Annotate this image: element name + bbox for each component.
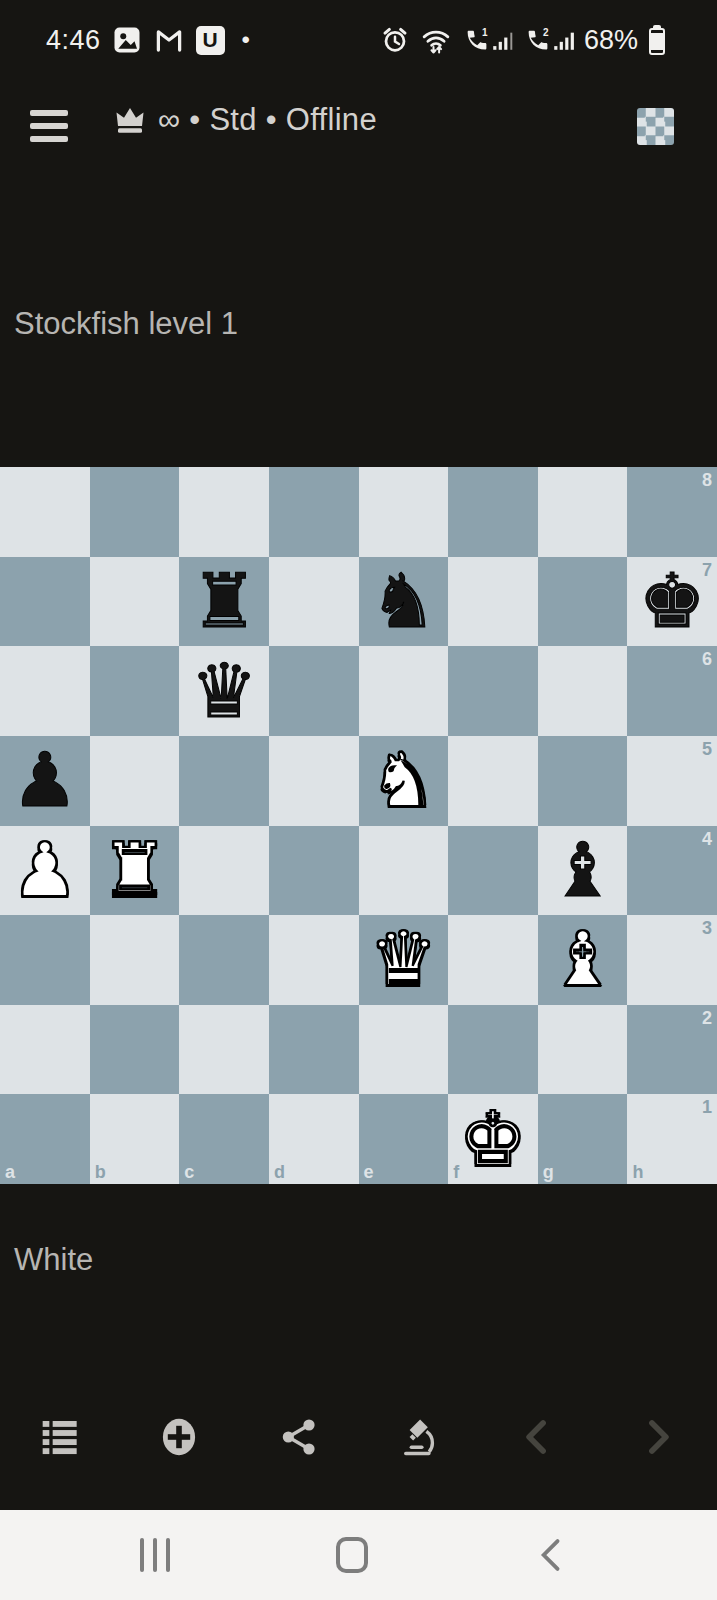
square-b4[interactable]: ♜ [90, 826, 180, 916]
square-g5[interactable] [538, 736, 628, 826]
square-b7[interactable] [90, 557, 180, 647]
analysis-microscope-button[interactable] [359, 1398, 479, 1476]
square-d1[interactable]: d [269, 1094, 359, 1184]
square-e3[interactable]: ♛ [359, 915, 449, 1005]
square-d8[interactable] [269, 467, 359, 557]
square-b1[interactable]: b [90, 1094, 180, 1184]
rank-label-6: 6 [702, 650, 712, 668]
square-a5[interactable]: ♟ [0, 736, 90, 826]
square-h8[interactable]: 8 [627, 467, 717, 557]
square-h4[interactable]: 4 [627, 826, 717, 916]
clock-time: 4:46 [46, 25, 101, 56]
square-f3[interactable] [448, 915, 538, 1005]
board-theme-icon[interactable] [637, 108, 674, 145]
square-h5[interactable]: 5 [627, 736, 717, 826]
square-g3[interactable]: ♝ [538, 915, 628, 1005]
square-c6[interactable]: ♛ [179, 646, 269, 736]
square-d4[interactable] [269, 826, 359, 916]
square-d6[interactable] [269, 646, 359, 736]
svg-text:1: 1 [482, 27, 488, 38]
square-e1[interactable]: e [359, 1094, 449, 1184]
square-a4[interactable]: ♟ [0, 826, 90, 916]
square-h6[interactable]: 6 [627, 646, 717, 736]
u-app-notification-icon: U [196, 26, 225, 55]
square-e4[interactable] [359, 826, 449, 916]
square-g7[interactable] [538, 557, 628, 647]
square-b2[interactable] [90, 1005, 180, 1095]
rank-label-1: 1 [702, 1098, 712, 1116]
piece-black-bishop[interactable]: ♝ [549, 833, 616, 908]
file-label-h: h [632, 1163, 643, 1181]
square-g4[interactable]: ♝ [538, 826, 628, 916]
square-c1[interactable]: c [179, 1094, 269, 1184]
rank-label-7: 7 [702, 561, 712, 579]
square-b5[interactable] [90, 736, 180, 826]
square-h2[interactable]: 2 [627, 1005, 717, 1095]
battery-percent: 68% [584, 25, 638, 56]
square-a2[interactable] [0, 1005, 90, 1095]
square-a3[interactable] [0, 915, 90, 1005]
file-label-e: e [364, 1163, 374, 1181]
square-f4[interactable] [448, 826, 538, 916]
piece-black-knight[interactable]: ♞ [370, 564, 437, 639]
square-c7[interactable]: ♜ [179, 557, 269, 647]
sim2-call-signal-icon: 2 [523, 25, 575, 55]
piece-white-pawn[interactable]: ♟ [11, 833, 78, 908]
alarm-icon [380, 25, 410, 55]
piece-white-knight[interactable]: ♞ [370, 743, 437, 818]
square-g1[interactable]: g [538, 1094, 628, 1184]
share-button[interactable] [239, 1398, 359, 1476]
wifi-icon [419, 25, 453, 55]
rank-label-4: 4 [702, 830, 712, 848]
piece-black-pawn[interactable]: ♟ [11, 743, 78, 818]
square-e6[interactable] [359, 646, 449, 736]
rank-label-8: 8 [702, 471, 712, 489]
rank-label-5: 5 [702, 740, 712, 758]
rank-label-2: 2 [702, 1009, 712, 1027]
square-a7[interactable] [0, 557, 90, 647]
piece-white-king[interactable]: ♚ [459, 1102, 526, 1177]
opponent-name: Stockfish level 1 [14, 306, 238, 342]
square-f8[interactable] [448, 467, 538, 557]
piece-black-king[interactable]: ♚ [639, 564, 706, 639]
recents-button[interactable] [140, 1538, 170, 1572]
file-label-c: c [184, 1163, 194, 1181]
square-f7[interactable] [448, 557, 538, 647]
chess-board[interactable]: 8♜♞7♚♛6♟♞5♟♜♝4♛♝32abcdef♚g1h [0, 467, 717, 1184]
file-label-b: b [95, 1163, 106, 1181]
square-g2[interactable] [538, 1005, 628, 1095]
square-c8[interactable] [179, 467, 269, 557]
piece-black-rook[interactable]: ♜ [190, 564, 257, 639]
square-g6[interactable] [538, 646, 628, 736]
crown-icon [112, 102, 148, 138]
game-mode-title: ∞ • Std • Offline [158, 102, 377, 138]
square-d7[interactable] [269, 557, 359, 647]
new-game-button[interactable] [120, 1398, 240, 1476]
piece-white-queen[interactable]: ♛ [370, 922, 437, 997]
square-b6[interactable] [90, 646, 180, 736]
file-label-g: g [543, 1163, 554, 1181]
piece-black-queen[interactable]: ♛ [190, 654, 257, 729]
file-label-d: d [274, 1163, 285, 1181]
square-c5[interactable] [179, 736, 269, 826]
file-label-f: f [453, 1163, 459, 1181]
square-b3[interactable] [90, 915, 180, 1005]
square-f5[interactable] [448, 736, 538, 826]
square-c2[interactable] [179, 1005, 269, 1095]
file-label-a: a [5, 1163, 15, 1181]
app-header: ∞ • Std • Offline [0, 84, 717, 176]
notification-dot-icon: • [242, 26, 250, 54]
status-bar: 4:46 U • 1 [0, 0, 717, 76]
square-h7[interactable]: 7♚ [627, 557, 717, 647]
square-a8[interactable] [0, 467, 90, 557]
square-f6[interactable] [448, 646, 538, 736]
square-e2[interactable] [359, 1005, 449, 1095]
square-a6[interactable] [0, 646, 90, 736]
android-nav-bar [0, 1510, 717, 1600]
rank-label-3: 3 [702, 919, 712, 937]
square-e8[interactable] [359, 467, 449, 557]
move-list-button[interactable] [0, 1398, 120, 1476]
home-button[interactable] [336, 1537, 368, 1573]
gmail-notification-icon [153, 25, 185, 55]
battery-icon [649, 25, 665, 55]
square-e7[interactable]: ♞ [359, 557, 449, 647]
player-name: White [14, 1242, 93, 1278]
game-mode-title-group[interactable]: ∞ • Std • Offline [112, 102, 377, 138]
square-d3[interactable] [269, 915, 359, 1005]
next-move-button[interactable] [598, 1398, 717, 1476]
square-b8[interactable] [90, 467, 180, 557]
piece-white-bishop[interactable]: ♝ [549, 922, 616, 997]
back-button[interactable] [535, 1537, 569, 1577]
square-a1[interactable]: a [0, 1094, 90, 1184]
game-toolbar [0, 1398, 717, 1476]
square-c3[interactable] [179, 915, 269, 1005]
previous-move-button[interactable] [478, 1398, 598, 1476]
square-f2[interactable] [448, 1005, 538, 1095]
square-h3[interactable]: 3 [627, 915, 717, 1005]
piece-white-rook[interactable]: ♜ [101, 833, 168, 908]
square-d2[interactable] [269, 1005, 359, 1095]
sim1-call-signal-icon: 1 [462, 25, 514, 55]
square-e5[interactable]: ♞ [359, 736, 449, 826]
menu-hamburger-icon[interactable] [30, 110, 68, 148]
svg-text:2: 2 [543, 27, 549, 38]
square-d5[interactable] [269, 736, 359, 826]
photo-notification-icon [112, 25, 142, 55]
square-h1[interactable]: 1h [627, 1094, 717, 1184]
square-f1[interactable]: f♚ [448, 1094, 538, 1184]
square-c4[interactable] [179, 826, 269, 916]
square-g8[interactable] [538, 467, 628, 557]
